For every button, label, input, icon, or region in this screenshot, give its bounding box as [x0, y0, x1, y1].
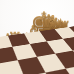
chess-set-photo: ♟♜♟♟♝♚♛♝♞♞♜ 12345678 — [0, 0, 74, 74]
chess-board-wrap: 12345678 — [0, 36, 74, 74]
